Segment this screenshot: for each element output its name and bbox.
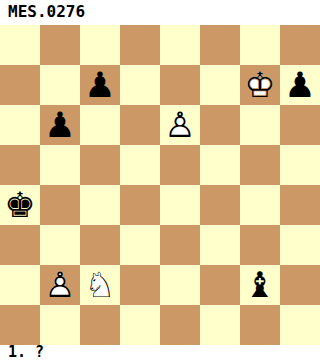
square-h3[interactable] xyxy=(280,225,320,265)
square-c5[interactable] xyxy=(80,145,120,185)
square-d2[interactable] xyxy=(120,265,160,305)
white-pawn-glyph: ♙ xyxy=(160,105,200,145)
square-c7[interactable]: ♟ xyxy=(80,65,120,105)
square-c4[interactable] xyxy=(80,185,120,225)
square-d8[interactable] xyxy=(120,25,160,65)
square-b8[interactable] xyxy=(40,25,80,65)
square-a3[interactable] xyxy=(0,225,40,265)
square-g6[interactable] xyxy=(240,105,280,145)
square-d3[interactable] xyxy=(120,225,160,265)
square-g1[interactable] xyxy=(240,305,280,345)
white-pawn[interactable]: ♟♙ xyxy=(160,105,200,145)
black-pawn-glyph: ♟ xyxy=(80,65,120,105)
chess-diagram-page: MES.0276 ♟♚♔♟♟♟♙♚♟♙♞♘♝ 1. ? xyxy=(0,0,320,360)
black-king-glyph: ♚ xyxy=(0,185,40,225)
square-e7[interactable] xyxy=(160,65,200,105)
square-b6[interactable]: ♟ xyxy=(40,105,80,145)
white-knight-glyph: ♘ xyxy=(80,265,120,305)
square-a6[interactable] xyxy=(0,105,40,145)
square-e2[interactable] xyxy=(160,265,200,305)
black-bishop[interactable]: ♝ xyxy=(240,265,280,305)
square-f8[interactable] xyxy=(200,25,240,65)
square-b5[interactable] xyxy=(40,145,80,185)
black-bishop-glyph: ♝ xyxy=(240,265,280,305)
square-g2[interactable]: ♝ xyxy=(240,265,280,305)
square-d5[interactable] xyxy=(120,145,160,185)
black-pawn[interactable]: ♟ xyxy=(40,105,80,145)
square-h7[interactable]: ♟ xyxy=(280,65,320,105)
square-a4[interactable]: ♚ xyxy=(0,185,40,225)
black-king[interactable]: ♚ xyxy=(0,185,40,225)
square-a1[interactable] xyxy=(0,305,40,345)
square-f7[interactable] xyxy=(200,65,240,105)
square-d4[interactable] xyxy=(120,185,160,225)
square-b3[interactable] xyxy=(40,225,80,265)
square-f1[interactable] xyxy=(200,305,240,345)
square-c3[interactable] xyxy=(80,225,120,265)
square-d6[interactable] xyxy=(120,105,160,145)
square-h4[interactable] xyxy=(280,185,320,225)
square-a2[interactable] xyxy=(0,265,40,305)
black-pawn-glyph: ♟ xyxy=(280,65,320,105)
square-a5[interactable] xyxy=(0,145,40,185)
square-e6[interactable]: ♟♙ xyxy=(160,105,200,145)
square-e5[interactable] xyxy=(160,145,200,185)
square-h2[interactable] xyxy=(280,265,320,305)
square-b7[interactable] xyxy=(40,65,80,105)
square-f2[interactable] xyxy=(200,265,240,305)
white-king[interactable]: ♚♔ xyxy=(240,65,280,105)
square-g5[interactable] xyxy=(240,145,280,185)
square-g3[interactable] xyxy=(240,225,280,265)
square-f5[interactable] xyxy=(200,145,240,185)
square-f3[interactable] xyxy=(200,225,240,265)
square-f4[interactable] xyxy=(200,185,240,225)
square-g8[interactable] xyxy=(240,25,280,65)
square-h8[interactable] xyxy=(280,25,320,65)
square-c6[interactable] xyxy=(80,105,120,145)
white-knight[interactable]: ♞♘ xyxy=(80,265,120,305)
white-king-glyph: ♔ xyxy=(240,65,280,105)
square-d7[interactable] xyxy=(120,65,160,105)
square-h1[interactable] xyxy=(280,305,320,345)
square-g7[interactable]: ♚♔ xyxy=(240,65,280,105)
square-b1[interactable] xyxy=(40,305,80,345)
black-pawn[interactable]: ♟ xyxy=(280,65,320,105)
square-e4[interactable] xyxy=(160,185,200,225)
square-e3[interactable] xyxy=(160,225,200,265)
black-pawn-glyph: ♟ xyxy=(40,105,80,145)
square-h6[interactable] xyxy=(280,105,320,145)
square-h5[interactable] xyxy=(280,145,320,185)
chess-board: ♟♚♔♟♟♟♙♚♟♙♞♘♝ xyxy=(0,25,320,345)
square-e1[interactable] xyxy=(160,305,200,345)
white-pawn-glyph: ♙ xyxy=(40,265,80,305)
black-pawn[interactable]: ♟ xyxy=(80,65,120,105)
move-prompt: 1. ? xyxy=(0,345,320,360)
square-f6[interactable] xyxy=(200,105,240,145)
square-a7[interactable] xyxy=(0,65,40,105)
square-c8[interactable] xyxy=(80,25,120,65)
square-b2[interactable]: ♟♙ xyxy=(40,265,80,305)
square-e8[interactable] xyxy=(160,25,200,65)
square-c2[interactable]: ♞♘ xyxy=(80,265,120,305)
white-pawn[interactable]: ♟♙ xyxy=(40,265,80,305)
square-d1[interactable] xyxy=(120,305,160,345)
puzzle-id: MES.0276 xyxy=(0,0,320,25)
square-b4[interactable] xyxy=(40,185,80,225)
square-g4[interactable] xyxy=(240,185,280,225)
square-c1[interactable] xyxy=(80,305,120,345)
square-a8[interactable] xyxy=(0,25,40,65)
